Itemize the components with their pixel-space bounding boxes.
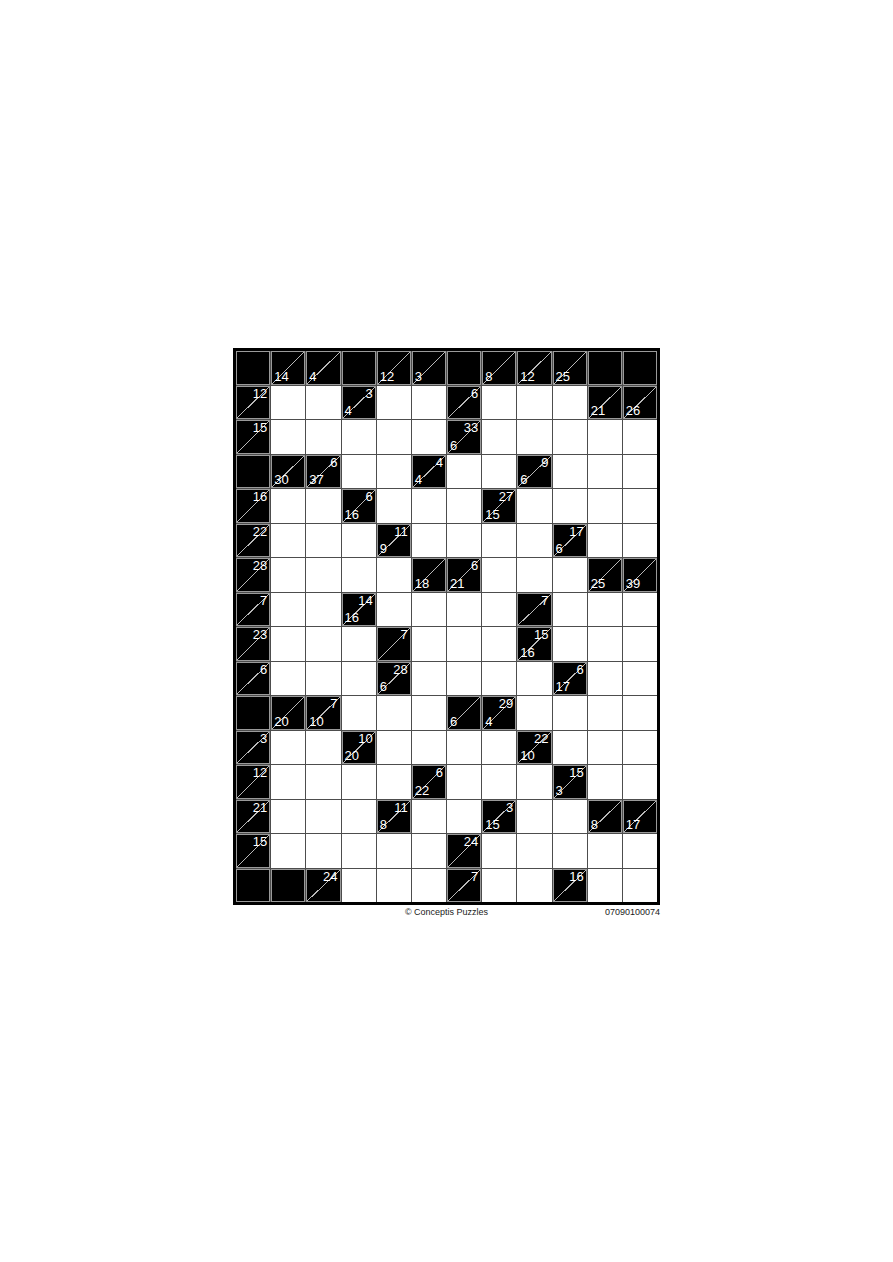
down-clue: 6	[380, 680, 387, 694]
entry-cell[interactable]	[588, 696, 622, 730]
across-clue: 7	[330, 697, 337, 711]
entry-cell[interactable]	[412, 593, 446, 627]
across-clue: 11	[394, 525, 408, 539]
entry-cell[interactable]	[342, 558, 376, 592]
page: 1441238122512346212615336306374496166162…	[0, 0, 893, 1262]
clue-cell: 286	[377, 662, 411, 696]
entry-cell[interactable]	[623, 627, 657, 661]
entry-cell[interactable]	[588, 420, 622, 454]
entry-cell[interactable]	[553, 834, 587, 868]
entry-cell[interactable]	[377, 593, 411, 627]
entry-cell[interactable]	[588, 662, 622, 696]
down-clue: 16	[520, 646, 534, 660]
clue-cell: 16	[236, 489, 270, 523]
across-clue: 9	[541, 456, 548, 470]
clue-cell: 23	[236, 627, 270, 661]
down-clue: 37	[309, 473, 323, 487]
clue-cell: 24	[306, 869, 340, 903]
down-clue: 6	[520, 473, 527, 487]
entry-cell[interactable]	[447, 489, 481, 523]
clue-cell: 710	[306, 696, 340, 730]
down-clue: 12	[380, 370, 394, 384]
down-clue: 16	[345, 611, 359, 625]
across-clue: 16	[569, 870, 583, 884]
across-clue: 10	[358, 732, 372, 746]
block-cell	[342, 351, 376, 385]
across-clue: 28	[393, 663, 407, 677]
entry-cell[interactable]	[517, 869, 551, 903]
down-clue: 10	[520, 749, 534, 763]
block-cell	[236, 351, 270, 385]
clue-cell: 2210	[517, 731, 551, 765]
entry-cell[interactable]	[271, 489, 305, 523]
across-clue: 4	[436, 456, 443, 470]
clue-cell: 39	[623, 558, 657, 592]
clue-cell: 621	[447, 558, 481, 592]
entry-cell[interactable]	[553, 386, 587, 420]
clue-cell: 3	[412, 351, 446, 385]
down-clue: 39	[626, 577, 640, 591]
across-clue: 6	[260, 663, 267, 677]
entry-cell[interactable]	[517, 524, 551, 558]
across-clue: 7	[260, 594, 267, 608]
block-cell	[623, 351, 657, 385]
entry-cell[interactable]	[271, 386, 305, 420]
down-clue: 20	[345, 749, 359, 763]
across-clue: 12	[253, 387, 267, 401]
entry-cell[interactable]	[623, 524, 657, 558]
entry-cell[interactable]	[553, 627, 587, 661]
down-clue: 10	[309, 715, 323, 729]
entry-cell[interactable]	[377, 731, 411, 765]
entry-cell[interactable]	[377, 765, 411, 799]
entry-cell[interactable]	[306, 593, 340, 627]
entry-cell[interactable]	[517, 489, 551, 523]
down-clue: 14	[274, 370, 288, 384]
clue-cell: 24	[447, 834, 481, 868]
entry-cell[interactable]	[588, 593, 622, 627]
across-clue: 24	[464, 835, 478, 849]
entry-cell[interactable]	[623, 834, 657, 868]
entry-cell[interactable]	[588, 869, 622, 903]
entry-cell[interactable]	[377, 558, 411, 592]
footer: © Conceptis Puzzles 07090100074	[233, 907, 660, 919]
down-clue: 8	[380, 818, 387, 832]
entry-cell[interactable]	[482, 662, 516, 696]
down-clue: 22	[415, 784, 429, 798]
across-clue: 12	[253, 766, 267, 780]
entry-cell[interactable]	[447, 765, 481, 799]
across-clue: 24	[323, 870, 337, 884]
across-clue: 6	[330, 456, 337, 470]
entry-cell[interactable]	[377, 455, 411, 489]
entry-cell[interactable]	[377, 869, 411, 903]
entry-cell[interactable]	[623, 696, 657, 730]
entry-cell[interactable]	[271, 524, 305, 558]
down-clue: 4	[345, 404, 352, 418]
across-clue: 7	[471, 870, 478, 884]
entry-cell[interactable]	[271, 800, 305, 834]
down-clue: 30	[274, 473, 288, 487]
down-clue: 15	[485, 508, 499, 522]
clue-cell: 617	[553, 662, 587, 696]
clue-cell: 2715	[482, 489, 516, 523]
entry-cell[interactable]	[342, 834, 376, 868]
clue-cell: 336	[447, 420, 481, 454]
clue-cell: 96	[517, 455, 551, 489]
entry-cell[interactable]	[412, 800, 446, 834]
clue-cell: 7	[236, 593, 270, 627]
clue-cell: 12	[377, 351, 411, 385]
entry-cell[interactable]	[306, 558, 340, 592]
down-clue: 3	[415, 370, 422, 384]
entry-cell[interactable]	[306, 386, 340, 420]
down-clue: 4	[485, 715, 492, 729]
entry-cell[interactable]	[377, 386, 411, 420]
entry-cell[interactable]	[342, 869, 376, 903]
clue-cell: 21	[236, 800, 270, 834]
clue-cell: 315	[482, 800, 516, 834]
entry-cell[interactable]	[412, 696, 446, 730]
clue-cell: 15	[236, 834, 270, 868]
entry-cell[interactable]	[447, 627, 481, 661]
across-clue: 15	[534, 628, 548, 642]
entry-cell[interactable]	[553, 455, 587, 489]
across-clue: 6	[576, 663, 583, 677]
entry-cell[interactable]	[306, 834, 340, 868]
down-clue: 6	[450, 715, 457, 729]
entry-cell[interactable]	[588, 455, 622, 489]
entry-cell[interactable]	[517, 696, 551, 730]
entry-cell[interactable]	[377, 489, 411, 523]
entry-cell[interactable]	[482, 731, 516, 765]
down-clue: 8	[591, 818, 598, 832]
entry-cell[interactable]	[377, 420, 411, 454]
down-clue: 15	[485, 818, 499, 832]
clue-cell: 294	[482, 696, 516, 730]
entry-cell[interactable]	[306, 800, 340, 834]
across-clue: 7	[541, 594, 548, 608]
clue-cell: 21	[588, 386, 622, 420]
entry-cell[interactable]	[517, 558, 551, 592]
entry-cell[interactable]	[377, 696, 411, 730]
block-cell	[236, 869, 270, 903]
entry-cell[interactable]	[447, 455, 481, 489]
clue-cell: 14	[271, 351, 305, 385]
across-clue: 3	[260, 732, 267, 746]
entry-cell[interactable]	[447, 731, 481, 765]
entry-cell[interactable]	[482, 627, 516, 661]
entry-cell[interactable]	[271, 593, 305, 627]
entry-cell[interactable]	[482, 834, 516, 868]
down-clue: 3	[556, 784, 563, 798]
entry-cell[interactable]	[623, 662, 657, 696]
across-clue: 15	[569, 766, 583, 780]
entry-cell[interactable]	[623, 765, 657, 799]
entry-cell[interactable]	[517, 765, 551, 799]
puzzle-id: 07090100074	[605, 907, 660, 917]
entry-cell[interactable]	[482, 420, 516, 454]
entry-cell[interactable]	[623, 593, 657, 627]
down-clue: 6	[556, 542, 563, 556]
entry-cell[interactable]	[412, 834, 446, 868]
across-clue: 6	[365, 490, 372, 504]
entry-cell[interactable]	[271, 627, 305, 661]
across-clue: 29	[499, 697, 513, 711]
entry-cell[interactable]	[271, 731, 305, 765]
clue-cell: 7	[517, 593, 551, 627]
across-clue: 17	[569, 525, 583, 539]
entry-cell[interactable]	[588, 731, 622, 765]
clue-cell: 15	[236, 420, 270, 454]
clue-cell: 12	[517, 351, 551, 385]
entry-cell[interactable]	[271, 834, 305, 868]
clue-cell: 34	[342, 386, 376, 420]
entry-cell[interactable]	[588, 489, 622, 523]
entry-cell[interactable]	[623, 869, 657, 903]
entry-cell[interactable]	[588, 524, 622, 558]
entry-cell[interactable]	[342, 662, 376, 696]
entry-cell[interactable]	[271, 420, 305, 454]
entry-cell[interactable]	[588, 834, 622, 868]
clue-cell: 44	[412, 455, 446, 489]
across-clue: 15	[253, 421, 267, 435]
clue-cell: 25	[588, 558, 622, 592]
down-clue: 9	[380, 542, 387, 556]
entry-cell[interactable]	[447, 662, 481, 696]
across-clue: 14	[358, 594, 372, 608]
entry-cell[interactable]	[342, 800, 376, 834]
entry-cell[interactable]	[553, 489, 587, 523]
across-clue: 15	[253, 835, 267, 849]
entry-cell[interactable]	[412, 489, 446, 523]
down-clue: 26	[626, 404, 640, 418]
clue-cell: 622	[412, 765, 446, 799]
clue-cell: 25	[553, 351, 587, 385]
clue-cell: 6	[447, 386, 481, 420]
down-clue: 6	[450, 439, 457, 453]
clue-cell: 17	[623, 800, 657, 834]
entry-cell[interactable]	[482, 524, 516, 558]
entry-cell[interactable]	[482, 765, 516, 799]
entry-cell[interactable]	[306, 489, 340, 523]
entry-cell[interactable]	[377, 834, 411, 868]
entry-cell[interactable]	[342, 696, 376, 730]
clue-cell: 1516	[517, 627, 551, 661]
block-cell	[236, 696, 270, 730]
clue-cell: 118	[377, 800, 411, 834]
entry-cell[interactable]	[623, 420, 657, 454]
block-cell	[236, 455, 270, 489]
down-clue: 20	[274, 715, 288, 729]
clue-cell: 6	[447, 696, 481, 730]
clue-cell: 8	[482, 351, 516, 385]
block-cell	[447, 351, 481, 385]
entry-cell[interactable]	[447, 593, 481, 627]
entry-cell[interactable]	[342, 455, 376, 489]
entry-cell[interactable]	[412, 386, 446, 420]
entry-cell[interactable]	[412, 869, 446, 903]
clue-cell: 6	[236, 662, 270, 696]
entry-cell[interactable]	[412, 420, 446, 454]
entry-cell[interactable]	[412, 731, 446, 765]
across-clue: 7	[401, 628, 408, 642]
kakuro-board: 1441238122512346212615336306374496166162…	[233, 348, 660, 905]
entry-cell[interactable]	[517, 834, 551, 868]
across-clue: 22	[253, 525, 267, 539]
clue-cell: 22	[236, 524, 270, 558]
clue-cell: 616	[342, 489, 376, 523]
down-clue: 18	[415, 577, 429, 591]
entry-cell[interactable]	[482, 593, 516, 627]
across-clue: 33	[464, 421, 478, 435]
copyright-text: © Conceptis Puzzles	[233, 907, 660, 917]
entry-cell[interactable]	[447, 524, 481, 558]
entry-cell[interactable]	[553, 731, 587, 765]
across-clue: 6	[471, 559, 478, 573]
clue-cell: 26	[623, 386, 657, 420]
clue-cell: 8	[588, 800, 622, 834]
entry-cell[interactable]	[553, 593, 587, 627]
clue-cell: 176	[553, 524, 587, 558]
entry-cell[interactable]	[306, 765, 340, 799]
entry-cell[interactable]	[342, 420, 376, 454]
across-clue: 28	[253, 559, 267, 573]
entry-cell[interactable]	[553, 420, 587, 454]
entry-cell[interactable]	[482, 455, 516, 489]
entry-cell[interactable]	[342, 765, 376, 799]
entry-cell[interactable]	[517, 662, 551, 696]
down-clue: 4	[309, 370, 316, 384]
clue-cell: 12	[236, 765, 270, 799]
down-clue: 25	[556, 370, 570, 384]
down-clue: 17	[626, 818, 640, 832]
entry-cell[interactable]	[412, 524, 446, 558]
clue-cell: 20	[271, 696, 305, 730]
clue-cell: 16	[553, 869, 587, 903]
entry-cell[interactable]	[482, 558, 516, 592]
entry-cell[interactable]	[447, 800, 481, 834]
across-clue: 27	[499, 490, 513, 504]
clue-cell: 18	[412, 558, 446, 592]
across-clue: 11	[394, 801, 408, 815]
entry-cell[interactable]	[306, 662, 340, 696]
entry-cell[interactable]	[588, 765, 622, 799]
across-clue: 22	[534, 732, 548, 746]
down-clue: 17	[556, 680, 570, 694]
entry-cell[interactable]	[623, 455, 657, 489]
entry-cell[interactable]	[517, 420, 551, 454]
down-clue: 8	[485, 370, 492, 384]
clue-cell: 153	[553, 765, 587, 799]
down-clue: 4	[415, 473, 422, 487]
entry-cell[interactable]	[623, 731, 657, 765]
across-clue: 21	[253, 801, 267, 815]
entry-cell[interactable]	[342, 524, 376, 558]
across-clue: 16	[253, 490, 267, 504]
clue-cell: 12	[236, 386, 270, 420]
entry-cell[interactable]	[517, 800, 551, 834]
entry-cell[interactable]	[306, 731, 340, 765]
clue-cell: 30	[271, 455, 305, 489]
entry-cell[interactable]	[482, 869, 516, 903]
down-clue: 21	[591, 404, 605, 418]
entry-cell[interactable]	[342, 627, 376, 661]
entry-cell[interactable]	[517, 386, 551, 420]
clue-cell: 7	[377, 627, 411, 661]
across-clue: 3	[365, 387, 372, 401]
clue-cell: 1416	[342, 593, 376, 627]
entry-cell[interactable]	[553, 696, 587, 730]
across-clue: 6	[436, 766, 443, 780]
entry-cell[interactable]	[306, 420, 340, 454]
entry-cell[interactable]	[553, 800, 587, 834]
block-cell	[271, 869, 305, 903]
block-cell	[588, 351, 622, 385]
across-clue: 23	[253, 628, 267, 642]
clue-cell: 28	[236, 558, 270, 592]
entry-cell[interactable]	[271, 765, 305, 799]
down-clue: 25	[591, 577, 605, 591]
clue-cell: 7	[447, 869, 481, 903]
entry-cell[interactable]	[553, 558, 587, 592]
across-clue: 6	[471, 387, 478, 401]
entry-cell[interactable]	[306, 627, 340, 661]
entry-cell[interactable]	[271, 558, 305, 592]
entry-cell[interactable]	[412, 627, 446, 661]
entry-cell[interactable]	[412, 662, 446, 696]
entry-cell[interactable]	[623, 489, 657, 523]
entry-cell[interactable]	[306, 524, 340, 558]
clue-cell: 1020	[342, 731, 376, 765]
down-clue: 16	[345, 508, 359, 522]
clue-cell: 119	[377, 524, 411, 558]
entry-cell[interactable]	[271, 662, 305, 696]
down-clue: 21	[450, 577, 464, 591]
clue-cell: 637	[306, 455, 340, 489]
down-clue: 12	[520, 370, 534, 384]
clue-cell: 3	[236, 731, 270, 765]
clue-cell: 4	[306, 351, 340, 385]
entry-cell[interactable]	[588, 627, 622, 661]
across-clue: 3	[506, 801, 513, 815]
entry-cell[interactable]	[482, 386, 516, 420]
